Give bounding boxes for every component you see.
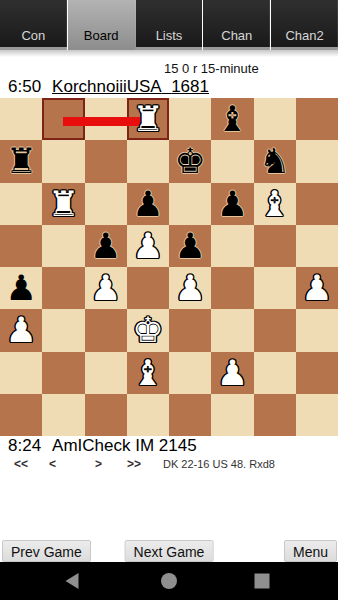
- top-player-name: KorchnoiiiUSA: [52, 77, 162, 96]
- app-screen: Con Board Lists Chan Chan2 15 0 r 15-min…: [0, 0, 338, 600]
- square-e2[interactable]: [169, 352, 211, 394]
- square-a3[interactable]: ♟︎: [0, 309, 42, 351]
- board-area: ♜︎♝︎♜︎♚︎♞︎♜︎♟︎♟︎♝︎♟︎♟︎♟︎♟︎♟︎♟︎♟︎♟︎♚︎♝︎♟︎: [0, 98, 338, 436]
- next-game-button[interactable]: Next Game: [125, 540, 214, 562]
- square-e3[interactable]: [169, 309, 211, 351]
- square-d3[interactable]: ♚︎: [127, 309, 169, 351]
- bottom-player-name: AmICheck: [52, 436, 130, 455]
- tab-bar: Con Board Lists Chan Chan2: [0, 0, 338, 50]
- square-d7[interactable]: [127, 140, 169, 182]
- square-a1[interactable]: [0, 394, 42, 436]
- square-a7[interactable]: ♜︎: [0, 140, 42, 182]
- black-bishop: ♝︎: [217, 98, 248, 140]
- move-nav-bar: << < > >> DK 22-16 US 48. Rxd8: [0, 456, 338, 474]
- square-b5[interactable]: [42, 225, 84, 267]
- square-d6[interactable]: ♟︎: [127, 183, 169, 225]
- top-player-link[interactable]: KorchnoiiiUSA 1681: [52, 77, 209, 96]
- prev-game-button[interactable]: Prev Game: [2, 540, 91, 562]
- square-h2[interactable]: [296, 352, 338, 394]
- square-g4[interactable]: [254, 267, 296, 309]
- square-d8[interactable]: ♜︎: [127, 98, 169, 140]
- tab-board-label: Board: [84, 28, 119, 43]
- square-a8[interactable]: [0, 98, 42, 140]
- white-pawn: ♟︎: [217, 352, 248, 394]
- tab-con-label: Con: [21, 28, 45, 43]
- square-g3[interactable]: [254, 309, 296, 351]
- square-f4[interactable]: [211, 267, 253, 309]
- tab-chan2[interactable]: Chan2: [271, 0, 338, 50]
- tab-board[interactable]: Board: [68, 0, 136, 50]
- last-move-button[interactable]: >>: [127, 457, 141, 471]
- tab-con[interactable]: Con: [0, 0, 68, 50]
- square-f7[interactable]: [211, 140, 253, 182]
- square-e1[interactable]: [169, 394, 211, 436]
- white-pawn: ♟︎: [90, 267, 121, 309]
- black-pawn: ♟︎: [132, 183, 163, 225]
- white-bishop: ♝︎: [132, 352, 163, 394]
- prev-move-button[interactable]: <: [49, 457, 56, 471]
- square-b1[interactable]: [42, 394, 84, 436]
- top-player-clock: 6:50: [8, 77, 41, 96]
- white-pawn: ♟︎: [301, 267, 332, 309]
- square-a5[interactable]: [0, 225, 42, 267]
- square-e4[interactable]: ♟︎: [169, 267, 211, 309]
- square-f8[interactable]: ♝︎: [211, 98, 253, 140]
- bottom-player-link[interactable]: AmICheck IM 2145: [52, 436, 197, 455]
- recents-icon[interactable]: [255, 574, 270, 589]
- tab-chan[interactable]: Chan: [203, 0, 271, 50]
- square-c3[interactable]: [85, 309, 127, 351]
- square-e6[interactable]: [169, 183, 211, 225]
- white-king: ♚︎: [132, 309, 163, 351]
- square-b4[interactable]: [42, 267, 84, 309]
- black-king: ♚︎: [174, 140, 205, 182]
- square-h3[interactable]: [296, 309, 338, 351]
- square-g7[interactable]: ♞︎: [254, 140, 296, 182]
- black-pawn: ♟︎: [174, 225, 205, 267]
- square-e7[interactable]: ♚︎: [169, 140, 211, 182]
- black-pawn: ♟︎: [5, 267, 36, 309]
- square-h8[interactable]: [296, 98, 338, 140]
- square-g1[interactable]: [254, 394, 296, 436]
- square-g8[interactable]: [254, 98, 296, 140]
- time-control-label: 15 0 r 15-minute: [164, 61, 259, 76]
- black-pawn: ♟︎: [217, 183, 248, 225]
- top-player-row: 6:50KorchnoiiiUSA 1681: [8, 77, 209, 97]
- square-f6[interactable]: ♟︎: [211, 183, 253, 225]
- white-pawn: ♟︎: [174, 267, 205, 309]
- next-move-button[interactable]: >: [95, 457, 102, 471]
- square-d4[interactable]: [127, 267, 169, 309]
- square-b7[interactable]: [42, 140, 84, 182]
- home-icon[interactable]: [161, 573, 177, 589]
- square-b8[interactable]: [42, 98, 84, 140]
- bottom-player-row: 8:24AmICheck IM 2145: [8, 436, 197, 456]
- square-f3[interactable]: [211, 309, 253, 351]
- tab-chan2-label: Chan2: [285, 28, 323, 43]
- square-d5[interactable]: ♟︎: [127, 225, 169, 267]
- square-b6[interactable]: ♜︎: [42, 183, 84, 225]
- square-g5[interactable]: [254, 225, 296, 267]
- white-pawn: ♟︎: [132, 225, 163, 267]
- square-h7[interactable]: [296, 140, 338, 182]
- square-h5[interactable]: [296, 225, 338, 267]
- white-bishop: ♝︎: [259, 183, 290, 225]
- square-b2[interactable]: [42, 352, 84, 394]
- square-a2[interactable]: [0, 352, 42, 394]
- square-g6[interactable]: ♝︎: [254, 183, 296, 225]
- square-a4[interactable]: ♟︎: [0, 267, 42, 309]
- square-f1[interactable]: [211, 394, 253, 436]
- square-c2[interactable]: [85, 352, 127, 394]
- white-rook: ♜︎: [132, 98, 163, 140]
- square-e8[interactable]: [169, 98, 211, 140]
- square-h6[interactable]: [296, 183, 338, 225]
- android-nav-bar: [0, 562, 338, 600]
- tab-bar-shadow: [0, 50, 338, 57]
- square-f2[interactable]: ♟︎: [211, 352, 253, 394]
- square-a6[interactable]: [0, 183, 42, 225]
- square-f5[interactable]: [211, 225, 253, 267]
- square-d2[interactable]: ♝︎: [127, 352, 169, 394]
- chess-board: ♜︎♝︎♜︎♚︎♞︎♜︎♟︎♟︎♝︎♟︎♟︎♟︎♟︎♟︎♟︎♟︎♟︎♚︎♝︎♟︎: [0, 98, 338, 436]
- square-g2[interactable]: [254, 352, 296, 394]
- bottom-player-clock: 8:24: [8, 436, 41, 455]
- back-icon[interactable]: [66, 573, 79, 589]
- move-status-label: DK 22-16 US 48. Rxd8: [163, 458, 275, 470]
- square-c5[interactable]: ♟︎: [85, 225, 127, 267]
- square-h1[interactable]: [296, 394, 338, 436]
- top-player-rating: 1681: [171, 77, 209, 96]
- black-pawn: ♟︎: [90, 225, 121, 267]
- tab-lists-label: Lists: [156, 28, 183, 43]
- tab-lists[interactable]: Lists: [136, 0, 204, 50]
- square-c6[interactable]: [85, 183, 127, 225]
- square-b3[interactable]: [42, 309, 84, 351]
- square-c4[interactable]: ♟︎: [85, 267, 127, 309]
- square-c1[interactable]: [85, 394, 127, 436]
- bottom-player-rating: IM 2145: [135, 436, 196, 455]
- black-knight: ♞︎: [259, 140, 290, 182]
- tab-chan-label: Chan: [221, 28, 252, 43]
- square-c7[interactable]: [85, 140, 127, 182]
- square-d1[interactable]: [127, 394, 169, 436]
- square-e5[interactable]: ♟︎: [169, 225, 211, 267]
- black-rook: ♜︎: [5, 140, 36, 182]
- white-pawn: ♟︎: [5, 309, 36, 351]
- square-h4[interactable]: ♟︎: [296, 267, 338, 309]
- white-rook: ♜︎: [48, 183, 79, 225]
- menu-button[interactable]: Menu: [284, 540, 337, 562]
- first-move-button[interactable]: <<: [14, 457, 28, 471]
